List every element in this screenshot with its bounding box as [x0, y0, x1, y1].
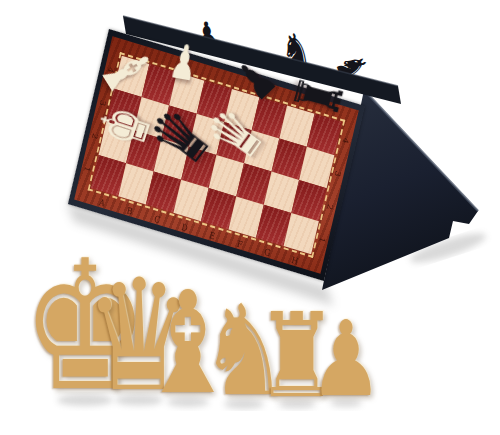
- standing-piece-pawn: ♟: [309, 319, 383, 400]
- standing-pieces-layer: ♚♛♝♞♜♟: [0, 0, 500, 435]
- product-photo-scene: ♟♞♞: [0, 0, 500, 435]
